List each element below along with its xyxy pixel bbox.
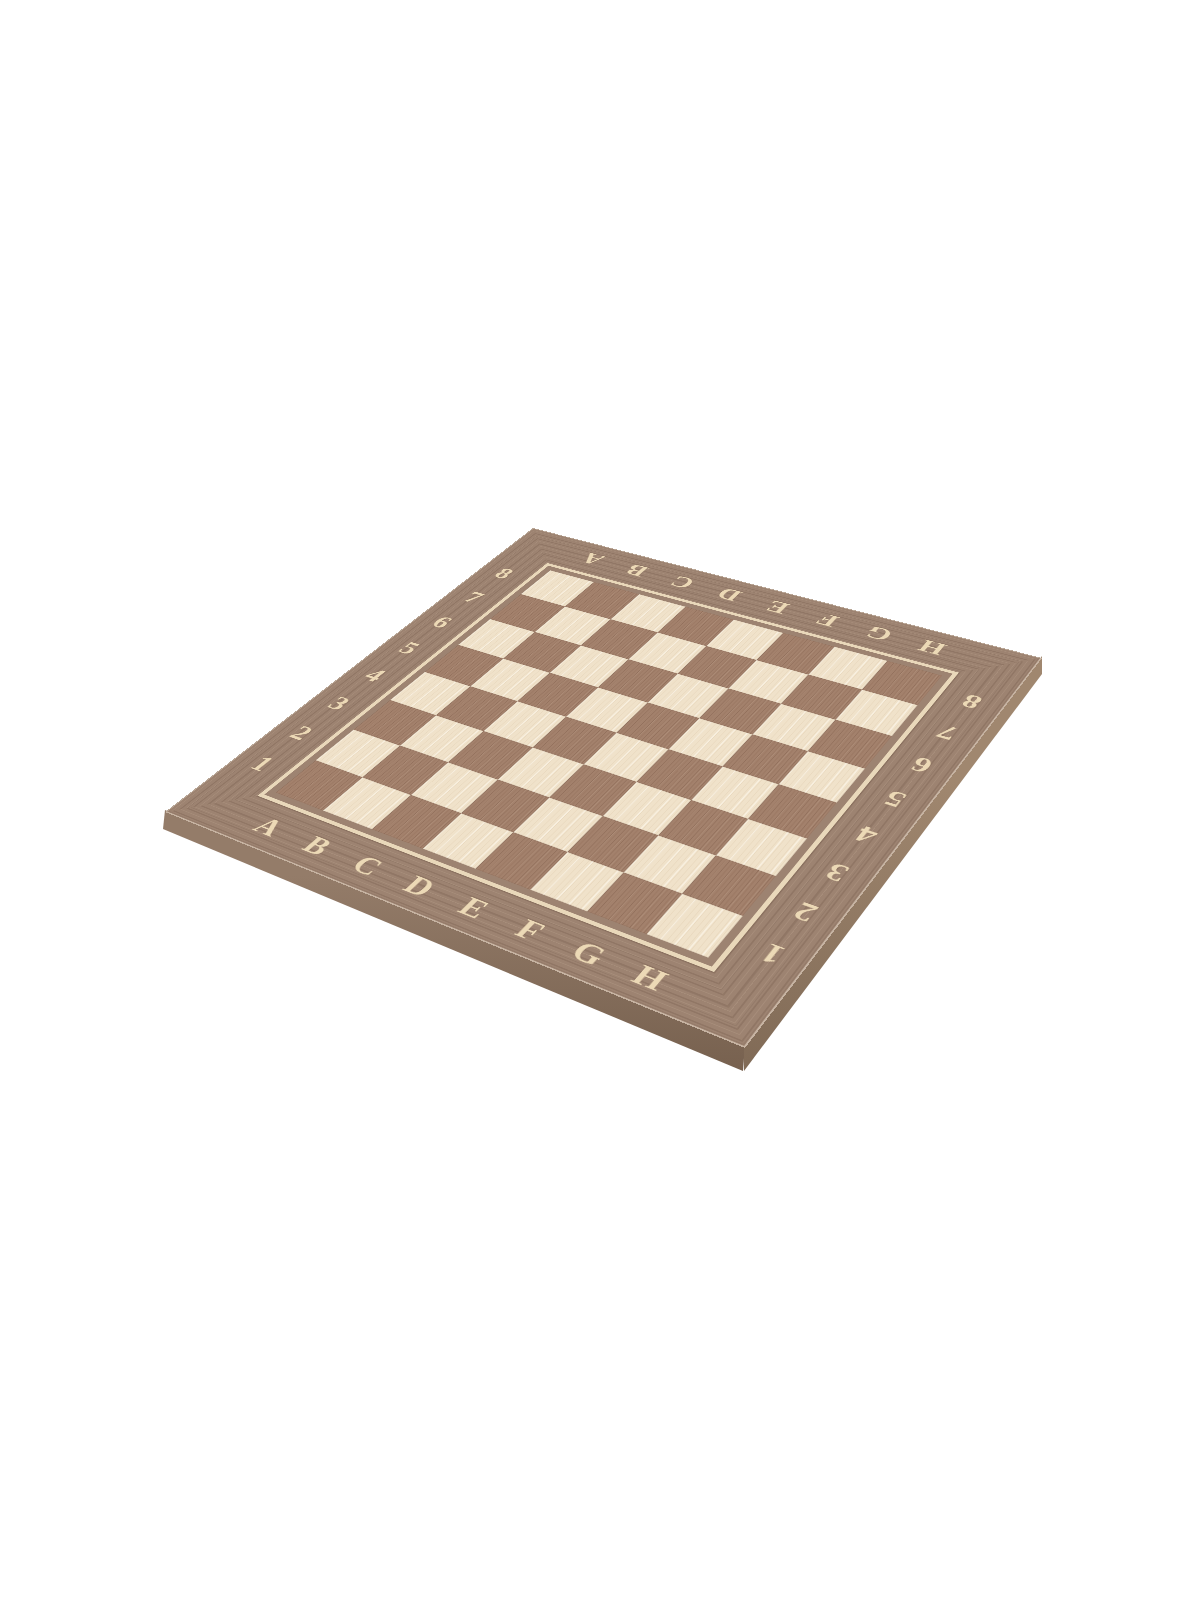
- product-photo-canvas: AABBCCDDEEFFGGHH8877665544332211: [0, 0, 1200, 1600]
